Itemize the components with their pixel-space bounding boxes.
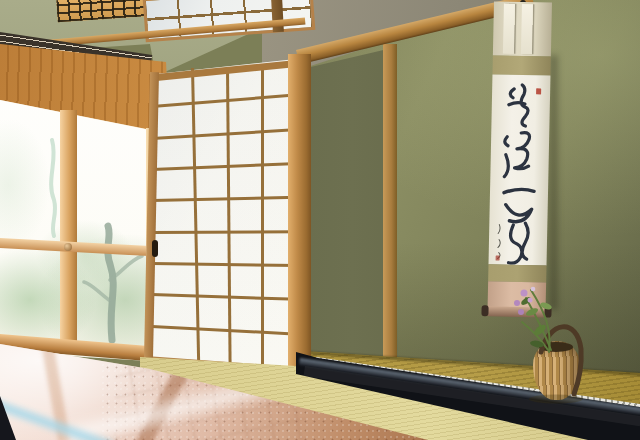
- photo-japanese-tea-room: Japanese washitsu tea room: tokonoma alc…: [0, 0, 640, 440]
- basket-handle: [541, 327, 581, 394]
